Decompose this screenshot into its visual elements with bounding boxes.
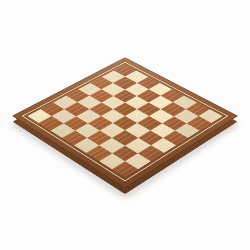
square xyxy=(112,145,138,161)
square xyxy=(125,123,150,138)
square xyxy=(137,116,162,130)
square xyxy=(138,145,164,161)
square xyxy=(138,130,163,145)
square xyxy=(162,116,187,130)
square xyxy=(99,138,125,153)
square xyxy=(50,123,75,138)
chessboard-3d xyxy=(12,57,238,188)
square xyxy=(100,123,125,138)
square xyxy=(75,123,100,138)
square xyxy=(74,138,100,153)
square xyxy=(175,123,200,138)
square xyxy=(187,116,212,130)
square xyxy=(88,116,113,130)
square xyxy=(63,116,88,130)
board-grid xyxy=(27,65,222,178)
square xyxy=(163,130,188,145)
square xyxy=(87,130,112,145)
square xyxy=(99,153,125,169)
square xyxy=(62,130,87,145)
square xyxy=(125,138,151,153)
square xyxy=(112,130,137,145)
square xyxy=(151,138,177,153)
square xyxy=(150,123,175,138)
square xyxy=(112,161,138,177)
square xyxy=(39,116,64,130)
square xyxy=(86,145,112,161)
square xyxy=(113,116,138,130)
chessboard xyxy=(12,57,238,188)
square xyxy=(125,153,151,169)
product-photo-scene xyxy=(0,0,250,250)
